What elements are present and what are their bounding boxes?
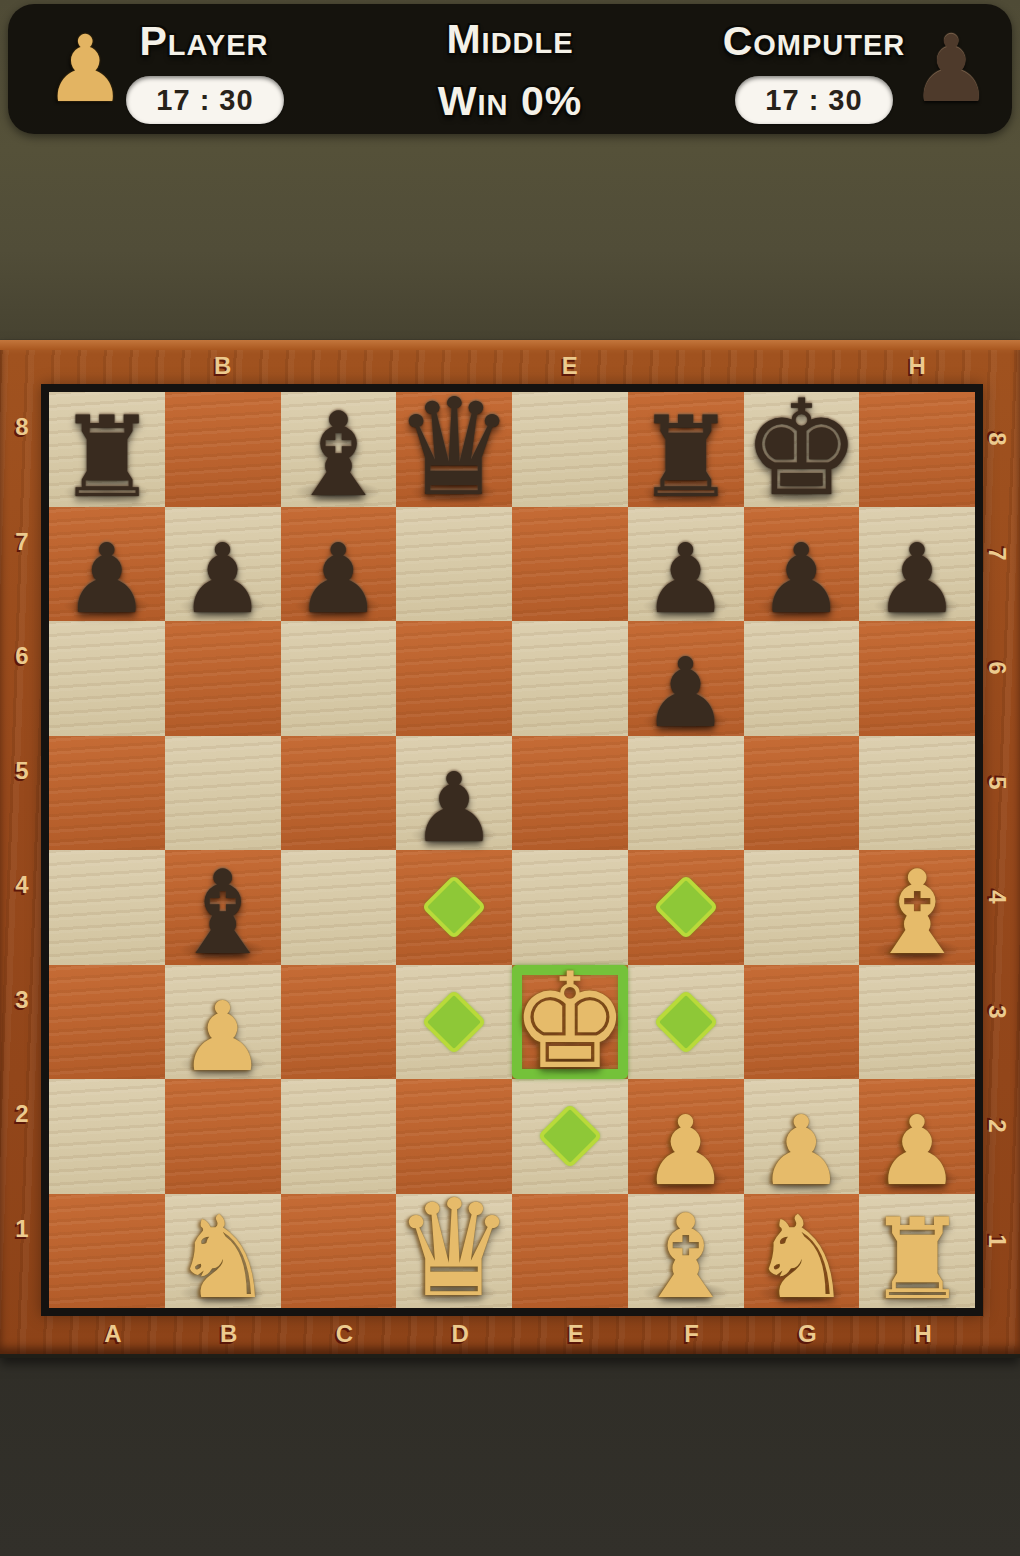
square-c2[interactable] bbox=[281, 1079, 397, 1194]
rank-label-right-5: 5 bbox=[983, 776, 1011, 789]
rank-label-left-4: 4 bbox=[15, 871, 28, 899]
file-label-bottom-e: E bbox=[568, 1320, 584, 1348]
rank-label-right-6: 6 bbox=[983, 662, 1011, 675]
piece-white-pawn-f2[interactable]: ♟ bbox=[643, 1103, 729, 1199]
frame-bevel bbox=[0, 340, 1020, 350]
rank-label-left-1: 1 bbox=[15, 1215, 28, 1243]
square-h6[interactable] bbox=[859, 621, 975, 736]
piece-black-pawn-f6[interactable]: ♟ bbox=[643, 645, 729, 741]
piece-black-rook-a8[interactable]: ♜ bbox=[57, 401, 157, 513]
piece-white-pawn-h2[interactable]: ♟ bbox=[874, 1103, 960, 1199]
rank-label-right-3: 3 bbox=[983, 1005, 1011, 1018]
square-c1[interactable] bbox=[281, 1194, 397, 1309]
rank-label-left-8: 8 bbox=[15, 413, 28, 441]
file-label-top-b: B bbox=[214, 352, 231, 380]
square-a2[interactable] bbox=[49, 1079, 165, 1194]
piece-black-pawn-g7[interactable]: ♟ bbox=[758, 531, 844, 627]
computer-label: Computer bbox=[723, 18, 906, 64]
piece-black-pawn-h7[interactable]: ♟ bbox=[874, 531, 960, 627]
square-g6[interactable] bbox=[744, 621, 860, 736]
square-b2[interactable] bbox=[165, 1079, 281, 1194]
white-pawn-icon: ♟ bbox=[44, 14, 114, 126]
square-b6[interactable] bbox=[165, 621, 281, 736]
rank-label-left-3: 3 bbox=[15, 986, 28, 1014]
piece-white-knight-b1[interactable]: ♞ bbox=[172, 1201, 274, 1315]
file-label-bottom-h: H bbox=[914, 1320, 931, 1348]
piece-black-king-g8[interactable]: ♚ bbox=[742, 382, 860, 514]
square-f5[interactable] bbox=[628, 736, 744, 851]
piece-white-king-e3[interactable]: ♚ bbox=[511, 955, 629, 1087]
square-c4[interactable] bbox=[281, 850, 397, 965]
square-h8[interactable] bbox=[859, 392, 975, 507]
chess-board-frame: BEHABCDEFGH8765432187654321 ♜♝♛♜♚♟♟♟♟♟♟♟… bbox=[0, 340, 1020, 1358]
square-h3[interactable] bbox=[859, 965, 975, 1080]
rank-label-right-8: 8 bbox=[983, 433, 1011, 446]
square-h5[interactable] bbox=[859, 736, 975, 851]
piece-white-pawn-g2[interactable]: ♟ bbox=[758, 1103, 844, 1199]
square-e8[interactable] bbox=[512, 392, 628, 507]
file-label-top-e: E bbox=[562, 352, 578, 380]
file-label-bottom-g: G bbox=[798, 1320, 817, 1348]
square-a1[interactable] bbox=[49, 1194, 165, 1309]
rank-label-right-1: 1 bbox=[983, 1234, 1011, 1247]
piece-black-bishop-b4[interactable]: ♝ bbox=[171, 855, 275, 971]
file-label-top-h: H bbox=[908, 352, 925, 380]
rank-label-right-2: 2 bbox=[983, 1120, 1011, 1133]
piece-black-pawn-a7[interactable]: ♟ bbox=[64, 531, 150, 627]
player-label: Player bbox=[140, 18, 269, 64]
rank-label-left-7: 7 bbox=[15, 528, 28, 556]
piece-white-bishop-h4[interactable]: ♝ bbox=[865, 855, 969, 971]
piece-black-bishop-c8[interactable]: ♝ bbox=[286, 397, 390, 513]
top-bar: ♟ Player 17 : 30 Middle Win 0% Computer … bbox=[8, 4, 1012, 134]
piece-black-pawn-d5[interactable]: ♟ bbox=[411, 760, 497, 856]
file-label-bottom-b: B bbox=[220, 1320, 237, 1348]
square-a4[interactable] bbox=[49, 850, 165, 965]
square-a5[interactable] bbox=[49, 736, 165, 851]
piece-black-pawn-b7[interactable]: ♟ bbox=[180, 531, 266, 627]
piece-black-rook-f8[interactable]: ♜ bbox=[635, 401, 735, 513]
square-c6[interactable] bbox=[281, 621, 397, 736]
square-g3[interactable] bbox=[744, 965, 860, 1080]
square-e7[interactable] bbox=[512, 507, 628, 622]
piece-black-queen-d8[interactable]: ♛ bbox=[394, 381, 514, 515]
piece-white-queen-d1[interactable]: ♛ bbox=[394, 1182, 514, 1316]
computer-clock: 17 : 30 bbox=[735, 76, 893, 124]
chess-board: ♜♝♛♜♚♟♟♟♟♟♟♟♟♝♝♟♚♟♟♟♞♛♝♞♜ bbox=[41, 384, 983, 1316]
rank-label-left-6: 6 bbox=[15, 642, 28, 670]
square-c3[interactable] bbox=[281, 965, 397, 1080]
black-pawn-icon: ♟ bbox=[910, 14, 980, 126]
piece-white-knight-g1[interactable]: ♞ bbox=[750, 1201, 852, 1315]
square-e6[interactable] bbox=[512, 621, 628, 736]
square-a6[interactable] bbox=[49, 621, 165, 736]
square-a3[interactable] bbox=[49, 965, 165, 1080]
file-label-bottom-f: F bbox=[684, 1320, 699, 1348]
piece-white-pawn-b3[interactable]: ♟ bbox=[180, 989, 266, 1085]
square-c5[interactable] bbox=[281, 736, 397, 851]
piece-white-bishop-f1[interactable]: ♝ bbox=[634, 1199, 738, 1315]
player-clock: 17 : 30 bbox=[126, 76, 284, 124]
file-label-bottom-c: C bbox=[336, 1320, 353, 1348]
difficulty-label: Middle bbox=[446, 16, 573, 62]
square-d6[interactable] bbox=[396, 621, 512, 736]
piece-white-rook-h1[interactable]: ♜ bbox=[867, 1203, 967, 1315]
square-b5[interactable] bbox=[165, 736, 281, 851]
win-rate-label: Win 0% bbox=[438, 78, 582, 124]
square-g4[interactable] bbox=[744, 850, 860, 965]
file-label-bottom-a: A bbox=[104, 1320, 121, 1348]
piece-black-pawn-f7[interactable]: ♟ bbox=[643, 531, 729, 627]
square-e5[interactable] bbox=[512, 736, 628, 851]
rank-label-left-2: 2 bbox=[15, 1100, 28, 1128]
rank-label-right-7: 7 bbox=[983, 547, 1011, 560]
square-g5[interactable] bbox=[744, 736, 860, 851]
rank-label-right-4: 4 bbox=[983, 891, 1011, 904]
piece-black-pawn-c7[interactable]: ♟ bbox=[295, 531, 381, 627]
square-b8[interactable] bbox=[165, 392, 281, 507]
rank-label-left-5: 5 bbox=[15, 757, 28, 785]
square-e1[interactable] bbox=[512, 1194, 628, 1309]
